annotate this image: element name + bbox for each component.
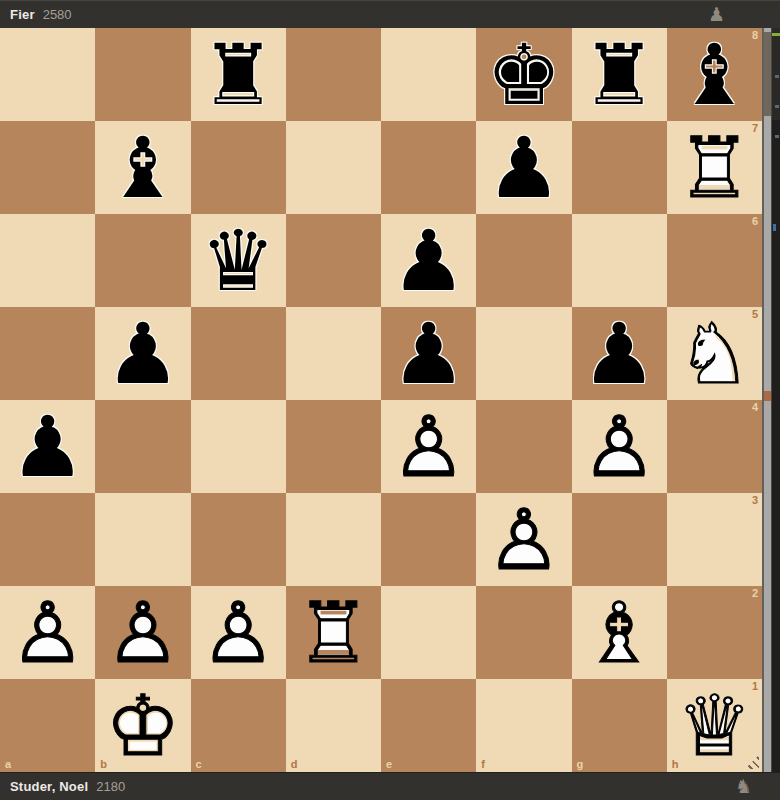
square-c2[interactable]: ♟♙ [191,586,286,679]
square-b5[interactable]: ♟ [95,307,190,400]
square-d8[interactable] [286,28,381,121]
square-e3[interactable] [381,493,476,586]
square-h5[interactable]: 5♞♘ [667,307,762,400]
black-queen[interactable]: ♛ [191,214,286,307]
square-d2[interactable]: ♜♖ [286,586,381,679]
gray-tick-icon [775,75,779,78]
file-label-h: h [672,759,679,770]
square-b6[interactable] [95,214,190,307]
file-label-e: e [386,759,392,770]
square-c1[interactable]: c [191,679,286,772]
white-pawn-outline: ♙ [381,400,476,493]
square-g1[interactable]: g [572,679,667,772]
white-rook[interactable]: ♜ [286,586,381,679]
square-a5[interactable] [0,307,95,400]
board-area: ♜♚♜8♝♝♟7♜♖♛♟6♟♟♟5♞♘♟♟♙♟♙4♟♙3♟♙♟♙♟♙♜♖♝♗2a… [0,28,780,772]
square-c4[interactable] [191,400,286,493]
square-g6[interactable] [572,214,667,307]
rank-label-7: 7 [752,123,758,134]
square-b7[interactable]: ♝ [95,121,190,214]
chess-app-window: Fier 2580 ♟ ♜♚♜8♝♝♟7♜♖♛♟6♟♟♟5♞♘♟♟♙♟♙4♟♙3… [0,0,780,800]
black-pawn[interactable]: ♟ [476,121,571,214]
square-g2[interactable]: ♝♗ [572,586,667,679]
square-c8[interactable]: ♜ [191,28,286,121]
square-a3[interactable] [0,493,95,586]
square-a6[interactable] [0,214,95,307]
white-queen[interactable]: ♛ [667,679,762,772]
chess-board[interactable]: ♜♚♜8♝♝♟7♜♖♛♟6♟♟♟5♞♘♟♟♙♟♙4♟♙3♟♙♟♙♟♙♜♖♝♗2a… [0,28,762,772]
board-scrollbar[interactable] [762,28,772,772]
square-g3[interactable] [572,493,667,586]
square-h6[interactable]: 6 [667,214,762,307]
rank-label-1: 1 [752,681,758,692]
black-pawn[interactable]: ♟ [381,214,476,307]
pawn-icon: ♟ [708,5,725,24]
white-pawn[interactable]: ♟ [95,586,190,679]
top-player-rating: 2580 [43,7,72,22]
square-e7[interactable] [381,121,476,214]
white-knight-outline: ♘ [667,307,762,400]
rank-label-3: 3 [752,495,758,506]
black-king[interactable]: ♚ [476,28,571,121]
square-h7[interactable]: 7♜♖ [667,121,762,214]
white-pawn-outline: ♙ [572,400,667,493]
square-a1[interactable]: a [0,679,95,772]
side-panel-sliver [772,28,780,772]
green-tick-icon [772,33,780,36]
black-pawn[interactable]: ♟ [0,400,95,493]
square-f2[interactable] [476,586,571,679]
square-d3[interactable] [286,493,381,586]
white-pawn[interactable]: ♟ [381,400,476,493]
square-h2[interactable]: 2 [667,586,762,679]
white-king-outline: ♔ [95,679,190,772]
square-d4[interactable] [286,400,381,493]
black-pawn[interactable]: ♟ [572,307,667,400]
square-g7[interactable] [572,121,667,214]
square-d1[interactable]: d [286,679,381,772]
scrollbar-thumb[interactable] [764,32,771,116]
white-pawn[interactable]: ♟ [572,400,667,493]
square-b8[interactable] [95,28,190,121]
square-h3[interactable]: 3 [667,493,762,586]
rank-label-2: 2 [752,588,758,599]
square-e1[interactable]: e [381,679,476,772]
square-g8[interactable]: ♜ [572,28,667,121]
black-bishop[interactable]: ♝ [667,28,762,121]
square-b4[interactable] [95,400,190,493]
square-a7[interactable] [0,121,95,214]
black-rook[interactable]: ♜ [572,28,667,121]
black-pawn[interactable]: ♟ [381,307,476,400]
black-pawn[interactable]: ♟ [95,307,190,400]
white-bishop[interactable]: ♝ [572,586,667,679]
square-f4[interactable] [476,400,571,493]
white-rook-outline: ♖ [286,586,381,679]
white-queen-outline: ♕ [667,679,762,772]
top-player-bar: Fier 2580 ♟ [0,0,780,28]
file-label-g: g [577,759,584,770]
square-f8[interactable]: ♚ [476,28,571,121]
black-rook[interactable]: ♜ [191,28,286,121]
square-c3[interactable] [191,493,286,586]
square-d7[interactable] [286,121,381,214]
square-h4[interactable]: 4 [667,400,762,493]
square-f1[interactable]: f [476,679,571,772]
square-g5[interactable]: ♟ [572,307,667,400]
file-label-a: a [5,759,11,770]
white-pawn-outline: ♙ [95,586,190,679]
board-container: ♜♚♜8♝♝♟7♜♖♛♟6♟♟♟5♞♘♟♟♙♟♙4♟♙3♟♙♟♙♟♙♜♖♝♗2a… [0,28,762,772]
square-e6[interactable]: ♟ [381,214,476,307]
square-h1[interactable]: 1h♛♕ [667,679,762,772]
gray-tick-icon [775,105,779,108]
square-e8[interactable] [381,28,476,121]
white-pawn-outline: ♙ [476,493,571,586]
square-g4[interactable]: ♟♙ [572,400,667,493]
square-f5[interactable] [476,307,571,400]
file-label-b: b [100,759,107,770]
square-f6[interactable] [476,214,571,307]
white-pawn-outline: ♙ [191,586,286,679]
square-c5[interactable] [191,307,286,400]
rank-label-5: 5 [752,309,758,320]
gray-tick-icon [775,135,779,138]
bottom-player-bar: Studer, Noel 2180 ♞ [0,772,780,800]
file-label-c: c [196,759,202,770]
square-a8[interactable] [0,28,95,121]
white-rook[interactable]: ♜ [667,121,762,214]
white-pawn-outline: ♙ [0,586,95,679]
square-d6[interactable] [286,214,381,307]
scrollbar-orange-marker [764,391,771,401]
square-c7[interactable] [191,121,286,214]
bottom-player-name: Studer, Noel [10,779,88,794]
rank-label-8: 8 [752,30,758,41]
square-d5[interactable] [286,307,381,400]
square-b1[interactable]: b♚♔ [95,679,190,772]
square-a2[interactable]: ♟♙ [0,586,95,679]
square-h8[interactable]: 8♝ [667,28,762,121]
square-e5[interactable]: ♟ [381,307,476,400]
blue-tick-icon [773,224,776,231]
white-rook-outline: ♖ [667,121,762,214]
square-f3[interactable]: ♟♙ [476,493,571,586]
top-player-name: Fier [10,7,35,22]
black-bishop[interactable]: ♝ [95,121,190,214]
rank-label-6: 6 [752,216,758,227]
square-e4[interactable]: ♟♙ [381,400,476,493]
file-label-f: f [481,759,485,770]
square-c6[interactable]: ♛ [191,214,286,307]
file-label-d: d [291,759,298,770]
square-f7[interactable]: ♟ [476,121,571,214]
white-knight[interactable]: ♞ [667,307,762,400]
white-pawn[interactable]: ♟ [0,586,95,679]
square-b3[interactable] [95,493,190,586]
square-e2[interactable] [381,586,476,679]
bottom-player-rating: 2180 [96,779,125,794]
white-king[interactable]: ♚ [95,679,190,772]
rank-label-4: 4 [752,402,758,413]
white-pawn[interactable]: ♟ [476,493,571,586]
square-a4[interactable]: ♟ [0,400,95,493]
square-b2[interactable]: ♟♙ [95,586,190,679]
white-bishop-outline: ♗ [572,586,667,679]
white-pawn[interactable]: ♟ [191,586,286,679]
knight-icon: ♞ [735,777,752,796]
